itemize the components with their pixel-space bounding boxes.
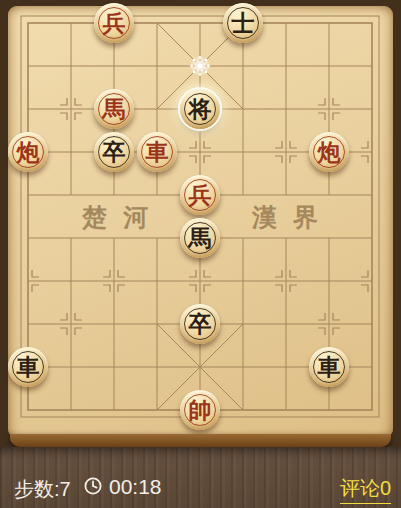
piece-glyph: 炮 [17,132,40,172]
piece-black-chariot-right[interactable]: 車 [309,347,349,387]
piece-black-soldier-center[interactable]: 卒 [180,304,220,344]
piece-red-cannon-left[interactable]: 炮 [8,132,48,172]
piece-black-soldier-left[interactable]: 卒 [94,132,134,172]
xiangqi-app-screen: 楚河 漢界 兵士馬将炮卒車炮兵馬卒車車帥 步数:7 00:18 评论0 [0,0,401,508]
river-label-han-jie: 漢界 [236,201,334,234]
xiangqi-board[interactable]: 楚河 漢界 兵士馬将炮卒車炮兵馬卒車車帥 [8,6,393,438]
piece-red-horse[interactable]: 馬 [94,89,134,129]
piece-glyph: 馬 [103,89,126,129]
piece-glyph: 車 [146,132,169,172]
comments-button[interactable]: 评论0 [340,475,391,504]
piece-glyph: 将 [189,89,212,129]
piece-glyph: 車 [318,347,341,387]
piece-glyph: 兵 [103,3,126,43]
piece-glyph: 帥 [189,390,212,430]
board-edge [10,434,391,447]
piece-black-chariot-left[interactable]: 車 [8,347,48,387]
piece-black-general[interactable]: 将 [180,89,220,129]
piece-glyph: 車 [17,347,40,387]
piece-glyph: 炮 [318,132,341,172]
river-label-chu-he: 楚河 [66,201,164,234]
piece-glyph: 卒 [103,132,126,172]
game-timer: 00:18 [109,475,162,499]
piece-black-horse[interactable]: 馬 [180,218,220,258]
piece-black-advisor[interactable]: 士 [223,3,263,43]
clock-icon [83,476,103,496]
piece-glyph: 卒 [189,304,212,344]
piece-glyph: 士 [232,3,255,43]
piece-red-general[interactable]: 帥 [180,390,220,430]
piece-red-chariot[interactable]: 車 [137,132,177,172]
piece-red-soldier-river[interactable]: 兵 [180,175,220,215]
piece-glyph: 馬 [189,218,212,258]
piece-red-cannon-right[interactable]: 炮 [309,132,349,172]
move-counter: 步数:7 [14,476,71,503]
status-bar: 步数:7 00:18 评论0 [0,447,401,508]
piece-red-soldier-advanced[interactable]: 兵 [94,3,134,43]
piece-glyph: 兵 [189,175,212,215]
last-move-sparkle [190,56,210,76]
